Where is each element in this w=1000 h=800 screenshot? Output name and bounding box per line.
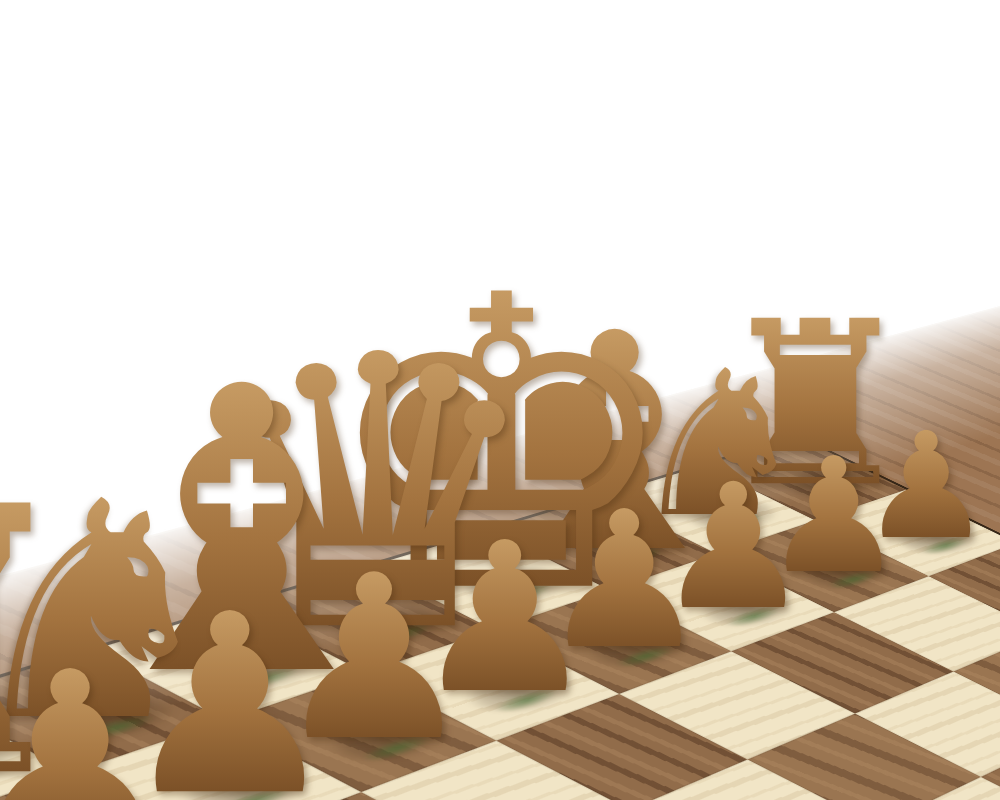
chess-set-photo-scene: ♜♞♟♝♟♚♟♛♟♝♟♞♟♜♟♟ (0, 0, 1000, 800)
piece-a7-pawn[interactable]: ♟ (0, 638, 181, 800)
